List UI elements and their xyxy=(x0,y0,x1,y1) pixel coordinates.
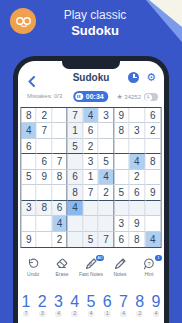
digit-label: 7 xyxy=(119,293,128,310)
sudoku-cell-r4c9[interactable]: 8 xyxy=(145,154,160,169)
sudoku-cell-r7c8[interactable] xyxy=(130,201,145,216)
remaining-count: 7 xyxy=(23,311,30,317)
numpad-digit-5[interactable]: 54 xyxy=(84,293,98,317)
toolbar: UndoEraseADFast NotesNotes?1Hint xyxy=(19,257,163,277)
eraser-icon xyxy=(56,257,68,270)
digit-label: 2 xyxy=(38,293,47,310)
sudoku-cell-r4c7[interactable] xyxy=(114,154,129,169)
sudoku-cell-r2c4[interactable]: 1 xyxy=(68,123,83,138)
numpad-digit-9[interactable]: 94 xyxy=(149,293,163,317)
sudoku-cell-r3c7[interactable] xyxy=(114,139,129,154)
sudoku-cell-r1c1[interactable]: 8 xyxy=(22,108,37,123)
clock-icon[interactable] xyxy=(128,72,139,83)
sudoku-cell-r1c9[interactable]: 6 xyxy=(145,108,160,123)
app-store-screenshot: Play classic Sudoku Sudoku ⚙ Mistakes: xyxy=(0,0,182,323)
phone-screen: Sudoku ⚙ Mistakes: 0/3 00:34 ★ 34252 A xyxy=(18,61,164,323)
sudoku-cell-r1c8[interactable] xyxy=(130,108,145,123)
sudoku-cell-r8c3[interactable]: 4 xyxy=(52,216,67,231)
tool-label: Notes xyxy=(113,271,126,277)
digit-label: 9 xyxy=(152,293,161,310)
badge-ad: AD xyxy=(96,255,104,261)
tool-label: Undo xyxy=(27,271,39,277)
sudoku-cell-r8c4[interactable] xyxy=(68,216,83,231)
sudoku-cell-r9c4[interactable] xyxy=(68,232,83,247)
sudoku-cell-r4c2[interactable]: 6 xyxy=(37,154,52,169)
sudoku-cell-r3c8[interactable] xyxy=(130,139,145,154)
sudoku-cell-r5c5[interactable]: 1 xyxy=(83,170,98,185)
sudoku-cell-r8c6[interactable] xyxy=(99,216,114,231)
tool-label: Fast Notes xyxy=(79,271,103,277)
sudoku-cell-r6c7[interactable]: 5 xyxy=(114,185,129,200)
pause-icon[interactable] xyxy=(75,93,83,101)
sudoku-cell-r6c4[interactable]: 8 xyxy=(68,185,83,200)
remaining-count: 3 xyxy=(39,311,46,317)
sudoku-cell-r2c9[interactable]: 2 xyxy=(145,123,160,138)
sudoku-cell-r6c8[interactable]: 6 xyxy=(130,185,145,200)
digit-label: 5 xyxy=(87,293,96,310)
sudoku-cell-r2c6[interactable] xyxy=(99,123,114,138)
score: ★ 34252 xyxy=(117,93,141,101)
promo-line1: Play classic xyxy=(36,8,154,23)
undo-icon xyxy=(27,257,39,270)
sudoku-cell-r9c3[interactable]: 2 xyxy=(52,232,67,247)
tool-label: Hint xyxy=(145,271,154,277)
sudoku-cell-r1c3[interactable] xyxy=(52,108,67,123)
sudoku-cell-r1c6[interactable]: 3 xyxy=(99,108,114,123)
undo-button[interactable]: Undo xyxy=(19,257,47,277)
sudoku-cell-r8c5[interactable] xyxy=(83,216,98,231)
sudoku-cell-r9c7[interactable]: 6 xyxy=(114,232,129,247)
numpad-digit-4[interactable]: 42 xyxy=(68,293,82,317)
sudoku-cell-r5c8[interactable]: 2 xyxy=(130,170,145,185)
phone-notch xyxy=(62,61,120,69)
sudoku-cell-r7c4[interactable]: 4 xyxy=(68,201,83,216)
sudoku-cell-r4c8[interactable]: 4 xyxy=(130,154,145,169)
svg-text:?: ? xyxy=(147,260,150,266)
sudoku-board: 8274396471683265267354859861428725693864… xyxy=(21,107,162,248)
notes-button[interactable]: Notes xyxy=(106,257,134,277)
remaining-count: 2 xyxy=(71,311,78,317)
score-toggle[interactable]: A xyxy=(144,93,158,101)
app-header: Sudoku ⚙ xyxy=(18,72,164,86)
sudoku-cell-r7c5[interactable] xyxy=(83,201,98,216)
sudoku-cell-r8c1[interactable] xyxy=(22,216,37,231)
sudoku-cell-r2c8[interactable]: 3 xyxy=(130,123,145,138)
promo-text: Play classic Sudoku xyxy=(36,8,154,39)
sudoku-cell-r4c3[interactable]: 7 xyxy=(52,154,67,169)
sudoku-cell-r6c1[interactable] xyxy=(22,185,37,200)
remaining-count: 4 xyxy=(120,311,127,317)
sudoku-cell-r5c7[interactable] xyxy=(114,170,129,185)
numpad-digit-8[interactable]: 82 xyxy=(133,293,147,317)
sudoku-cell-r1c5[interactable]: 4 xyxy=(83,108,98,123)
sudoku-cell-r7c1[interactable]: 3 xyxy=(22,201,37,216)
sudoku-cell-r8c9[interactable] xyxy=(145,216,160,231)
sudoku-cell-r5c9[interactable] xyxy=(145,170,160,185)
sudoku-cell-r6c5[interactable]: 7 xyxy=(83,185,98,200)
sudoku-cell-r3c5[interactable]: 2 xyxy=(83,139,98,154)
sudoku-cell-r9c5[interactable]: 5 xyxy=(83,232,98,247)
sudoku-cell-r3c6[interactable] xyxy=(99,139,114,154)
sudoku-cell-r7c9[interactable] xyxy=(145,201,160,216)
fast-notes-button[interactable]: ADFast Notes xyxy=(77,257,105,277)
digit-label: 4 xyxy=(70,293,79,310)
sudoku-cell-r1c7[interactable]: 9 xyxy=(114,108,129,123)
digit-label: 3 xyxy=(54,293,63,310)
sudoku-cell-r5c2[interactable]: 9 xyxy=(37,170,52,185)
digit-label: 6 xyxy=(103,293,112,310)
sudoku-cell-r8c7[interactable]: 3 xyxy=(114,216,129,231)
sudoku-cell-r2c5[interactable]: 6 xyxy=(83,123,98,138)
sudoku-cell-r9c9[interactable]: 4 xyxy=(145,232,160,247)
digit-label: 1 xyxy=(22,293,31,310)
mistakes-counter: Mistakes: 0/3 xyxy=(27,93,62,99)
sudoku-cell-r7c6[interactable] xyxy=(99,201,114,216)
sudoku-cell-r9c1[interactable]: 9 xyxy=(22,232,37,247)
numpad-digit-7[interactable]: 74 xyxy=(117,293,131,317)
sudoku-cell-r2c1[interactable]: 4 xyxy=(22,123,37,138)
sudoku-cell-r5c4[interactable]: 6 xyxy=(68,170,83,185)
sudoku-cell-r5c6[interactable]: 4 xyxy=(99,170,114,185)
sudoku-cell-r3c9[interactable] xyxy=(145,139,160,154)
hint-icon: ? xyxy=(143,257,155,270)
sudoku-cell-r4c1[interactable] xyxy=(22,154,37,169)
badge-1: 1 xyxy=(155,255,162,261)
sudoku-cell-r2c7[interactable]: 8 xyxy=(114,123,129,138)
sudoku-cell-r5c1[interactable]: 5 xyxy=(22,170,37,185)
sudoku-cell-r3c2[interactable] xyxy=(37,139,52,154)
timer-value: 00:34 xyxy=(86,93,104,100)
numpad-digit-6[interactable]: 61 xyxy=(100,293,114,317)
notes-icon xyxy=(114,257,126,270)
phone-mockup: Sudoku ⚙ Mistakes: 0/3 00:34 ★ 34252 A xyxy=(13,56,169,323)
tool-label: Erase xyxy=(55,271,68,277)
promo-line2: Sudoku xyxy=(36,23,154,39)
sudoku-cell-r2c3[interactable] xyxy=(52,123,67,138)
sudoku-cell-r9c6[interactable]: 7 xyxy=(99,232,114,247)
sudoku-cell-r5c3[interactable]: 8 xyxy=(52,170,67,185)
numpad: 172334425461748294 xyxy=(19,293,163,317)
sudoku-cell-r7c7[interactable] xyxy=(114,201,129,216)
sudoku-cell-r6c6[interactable]: 2 xyxy=(99,185,114,200)
numpad-digit-1[interactable]: 17 xyxy=(19,293,33,317)
sudoku-cell-r3c4[interactable]: 5 xyxy=(68,139,83,154)
numpad-digit-2[interactable]: 23 xyxy=(35,293,49,317)
sudoku-cell-r1c4[interactable]: 7 xyxy=(68,108,83,123)
timer-pill[interactable]: 00:34 xyxy=(73,91,108,102)
numpad-digit-3[interactable]: 34 xyxy=(52,293,66,317)
remaining-count: 1 xyxy=(104,311,111,317)
sudoku-cell-r9c8[interactable]: 8 xyxy=(130,232,145,247)
remaining-count: 4 xyxy=(153,311,160,317)
score-value: 34252 xyxy=(124,94,141,100)
remaining-count: 2 xyxy=(136,311,143,317)
sudoku-grid: 8274396471683265267354859861428725693864… xyxy=(22,108,161,247)
sudoku-cell-r8c8[interactable]: 9 xyxy=(130,216,145,231)
sudoku-cell-r3c1[interactable]: 6 xyxy=(22,139,37,154)
sudoku-cell-r4c4[interactable] xyxy=(68,154,83,169)
remaining-count: 4 xyxy=(55,311,62,317)
sudoku-cell-r7c3[interactable]: 6 xyxy=(52,201,67,216)
promo-header: Play classic Sudoku xyxy=(0,0,182,56)
remaining-count: 4 xyxy=(88,311,95,317)
sudoku-cell-r4c5[interactable]: 3 xyxy=(83,154,98,169)
star-icon: ★ xyxy=(117,93,123,101)
sudoku-cell-r6c3[interactable] xyxy=(52,185,67,200)
sudoku-cell-r6c2[interactable] xyxy=(37,185,52,200)
sudoku-cell-r6c9[interactable]: 9 xyxy=(145,185,160,200)
toggle-knob[interactable]: A xyxy=(145,94,152,101)
app-logo-mascot-icon xyxy=(10,8,36,34)
sudoku-cell-r9c2[interactable] xyxy=(37,232,52,247)
sudoku-cell-r1c2[interactable]: 2 xyxy=(37,108,52,123)
sudoku-cell-r3c3[interactable] xyxy=(52,139,67,154)
erase-button[interactable]: Erase xyxy=(48,257,76,277)
sudoku-cell-r8c2[interactable] xyxy=(37,216,52,231)
sudoku-cell-r2c2[interactable]: 7 xyxy=(37,123,52,138)
hint-button[interactable]: ?1Hint xyxy=(135,257,163,277)
digit-label: 8 xyxy=(135,293,144,310)
gear-icon[interactable]: ⚙ xyxy=(146,72,156,83)
status-row: Mistakes: 0/3 00:34 ★ 34252 A xyxy=(18,91,164,103)
sudoku-cell-r4c6[interactable]: 5 xyxy=(99,154,114,169)
sudoku-cell-r7c2[interactable]: 8 xyxy=(37,201,52,216)
